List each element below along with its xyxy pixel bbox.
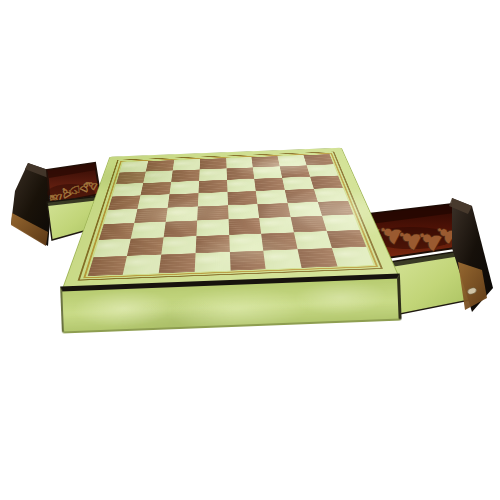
square-f5 xyxy=(255,190,287,204)
square-a1 xyxy=(87,256,127,276)
square-h1 xyxy=(331,247,372,267)
square-d1 xyxy=(194,252,230,272)
square-f4 xyxy=(257,203,290,218)
square-h4 xyxy=(317,201,353,216)
square-b2 xyxy=(127,237,163,255)
square-d4 xyxy=(196,205,227,220)
chess-box-product-photo: ♙ ♙ ♘ ♙ ♙ ♙ xyxy=(0,0,500,500)
square-b3 xyxy=(131,222,166,239)
square-a5 xyxy=(107,195,140,209)
square-c6 xyxy=(169,181,198,194)
square-c5 xyxy=(167,193,198,207)
square-c3 xyxy=(163,221,196,238)
square-h5 xyxy=(313,188,347,202)
square-g5 xyxy=(284,189,317,203)
square-f3 xyxy=(259,217,294,234)
square-g2 xyxy=(293,231,331,249)
square-e2 xyxy=(228,234,263,252)
square-c2 xyxy=(161,236,196,254)
square-c1 xyxy=(158,253,195,273)
square-e5 xyxy=(227,191,257,205)
square-d2 xyxy=(195,235,229,253)
square-a2 xyxy=(93,239,131,257)
square-h2 xyxy=(326,230,365,248)
board-top xyxy=(62,148,399,289)
square-d5 xyxy=(197,192,227,206)
square-h3 xyxy=(321,215,358,232)
chess-board-grid xyxy=(87,154,373,276)
square-b4 xyxy=(134,207,167,223)
square-e3 xyxy=(228,218,261,235)
square-d3 xyxy=(196,219,229,236)
square-f6 xyxy=(254,178,284,191)
square-e6 xyxy=(226,179,255,192)
square-c4 xyxy=(165,206,197,221)
square-a3 xyxy=(98,223,134,240)
square-b1 xyxy=(123,254,161,274)
square-g3 xyxy=(290,216,326,233)
square-g6 xyxy=(282,177,313,190)
square-h6 xyxy=(309,176,341,189)
square-g4 xyxy=(287,202,321,217)
square-e4 xyxy=(227,204,259,219)
square-f1 xyxy=(263,249,301,269)
square-d6 xyxy=(198,180,227,193)
square-f2 xyxy=(261,232,297,250)
square-g1 xyxy=(297,248,337,268)
square-b5 xyxy=(137,194,169,208)
square-a4 xyxy=(103,209,137,225)
square-e1 xyxy=(229,250,265,270)
